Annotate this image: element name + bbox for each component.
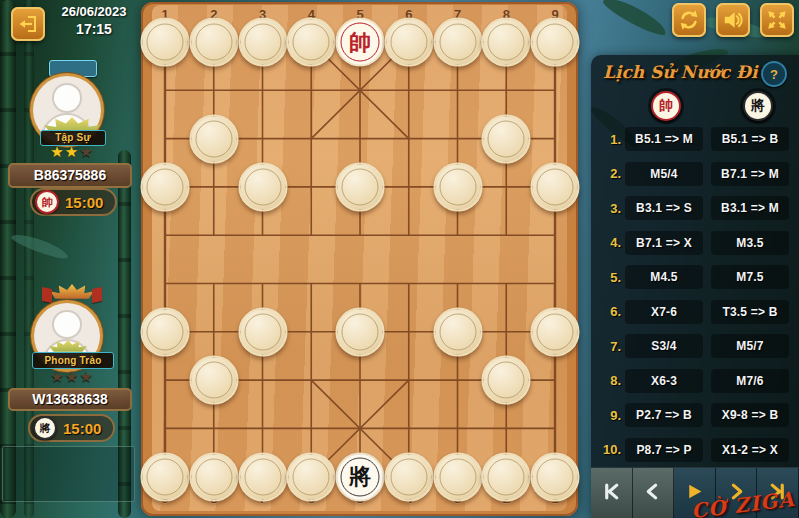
- piece-hidden[interactable]: [384, 452, 433, 501]
- piece-hidden[interactable]: [433, 307, 482, 356]
- black-move[interactable]: M5/7: [711, 334, 789, 358]
- black-move[interactable]: B5.1 => B: [711, 127, 789, 151]
- next-move-icon: [727, 482, 746, 505]
- datetime: 26/06/2023 17:15: [50, 4, 138, 37]
- black-clock-value: 15:00: [63, 420, 101, 437]
- star-gold-icon: ★: [50, 143, 64, 160]
- nav-next-button[interactable]: [716, 468, 758, 518]
- black-move[interactable]: T3.5 => B: [711, 300, 789, 324]
- last-move-icon: [768, 482, 787, 505]
- fullscreen-icon: [766, 9, 788, 31]
- black-rank-stars: ★★★: [36, 369, 108, 384]
- rotate-board-button[interactable]: [672, 3, 706, 37]
- piece-hidden[interactable]: [287, 18, 336, 67]
- fullscreen-button[interactable]: [760, 3, 794, 37]
- first-move-icon: [602, 482, 621, 505]
- black-move[interactable]: B7.1 => M: [711, 162, 789, 186]
- piece-hidden[interactable]: [531, 452, 580, 501]
- history-column-icons: 帥 將: [591, 88, 799, 122]
- black-move[interactable]: M7/6: [711, 369, 789, 393]
- nav-first-button[interactable]: [591, 468, 633, 518]
- black-move[interactable]: M7.5: [711, 265, 789, 289]
- star-dark-icon: ★: [50, 368, 64, 385]
- rotate-icon: [678, 9, 700, 31]
- black-player-clock: 將 15:00: [28, 414, 115, 442]
- time-label: 17:15: [50, 21, 138, 37]
- piece-hidden[interactable]: [336, 162, 385, 211]
- piece-hidden[interactable]: [531, 18, 580, 67]
- red-move[interactable]: B5.1 => M: [625, 127, 703, 151]
- board-pieces-layer: 帥將: [141, 2, 578, 516]
- piece-hidden[interactable]: [189, 114, 238, 163]
- move-row: 6.X7-6T3.5 => B: [591, 295, 799, 330]
- piece-hidden[interactable]: [433, 162, 482, 211]
- prev-move-icon: [643, 482, 662, 505]
- move-number: 8.: [597, 373, 621, 388]
- piece-hidden[interactable]: [238, 452, 287, 501]
- piece-hidden[interactable]: [238, 162, 287, 211]
- red-move[interactable]: B3.1 => S: [625, 196, 703, 220]
- piece-hidden[interactable]: [384, 18, 433, 67]
- history-nav: [591, 467, 799, 518]
- help-label: ?: [770, 67, 778, 82]
- piece-hidden[interactable]: [238, 307, 287, 356]
- move-number: 4.: [597, 235, 621, 250]
- history-title: Lịch Sử Nước Đi: [603, 62, 753, 82]
- red-move[interactable]: B7.1 => X: [625, 231, 703, 255]
- star-dark-icon: ★: [79, 143, 93, 160]
- nav-play-button[interactable]: [674, 468, 716, 518]
- piece-hidden[interactable]: [189, 452, 238, 501]
- piece-hidden[interactable]: [141, 307, 190, 356]
- move-list: 1.B5.1 => MB5.1 => B2.M5/4B7.1 => M3.B3.…: [591, 122, 799, 467]
- piece-hidden[interactable]: [238, 18, 287, 67]
- red-clock-value: 15:00: [65, 194, 103, 211]
- help-button[interactable]: ?: [761, 61, 787, 87]
- move-row: 3.B3.1 => SB3.1 => M: [591, 191, 799, 226]
- piece-hidden[interactable]: [433, 452, 482, 501]
- piece-hidden[interactable]: [482, 114, 531, 163]
- back-exit-button[interactable]: [11, 7, 45, 41]
- play-icon: [685, 482, 704, 505]
- red-move[interactable]: M4.5: [625, 265, 703, 289]
- piece-hidden[interactable]: [141, 452, 190, 501]
- piece-hidden[interactable]: [336, 307, 385, 356]
- black-general-icon: 將: [33, 416, 57, 440]
- chat-box[interactable]: [2, 446, 135, 502]
- black-column-icon: 將: [743, 91, 773, 121]
- piece-hidden[interactable]: [189, 18, 238, 67]
- red-move[interactable]: X6-3: [625, 369, 703, 393]
- star-dark-icon: ★: [79, 368, 93, 385]
- move-number: 7.: [597, 339, 621, 354]
- move-number: 9.: [597, 408, 621, 423]
- speaker-icon: [722, 9, 744, 31]
- move-row: 9.P2.7 => BX9-8 => B: [591, 398, 799, 433]
- red-move[interactable]: P2.7 => B: [625, 403, 703, 427]
- red-move[interactable]: P8.7 => P: [625, 438, 703, 462]
- star-gold-icon: ★: [65, 143, 79, 160]
- move-row: 4.B7.1 => XM3.5: [591, 226, 799, 261]
- black-move[interactable]: M3.5: [711, 231, 789, 255]
- piece-hidden[interactable]: [482, 356, 531, 405]
- bamboo-stalk: [0, 0, 16, 518]
- date-label: 26/06/2023: [50, 4, 138, 19]
- move-row: 7.S3/4M5/7: [591, 329, 799, 364]
- black-rank-badge: Phong Trào: [32, 352, 114, 369]
- piece-hidden[interactable]: [433, 18, 482, 67]
- exit-icon: [18, 14, 38, 34]
- level-ribbon: [49, 60, 97, 77]
- piece-black-general[interactable]: 將: [336, 452, 385, 501]
- move-history-panel: Lịch Sử Nước Đi ? 帥 將 1.B5.1 => MB5.1 =>…: [591, 55, 799, 518]
- nav-prev-button[interactable]: [633, 468, 675, 518]
- move-number: 2.: [597, 166, 621, 181]
- red-player-name: B86375886: [8, 163, 132, 188]
- red-move[interactable]: M5/4: [625, 162, 703, 186]
- piece-hidden[interactable]: [531, 307, 580, 356]
- red-column-icon: 帥: [651, 91, 681, 121]
- piece-hidden[interactable]: [141, 18, 190, 67]
- move-row: 5.M4.5M7.5: [591, 260, 799, 295]
- pennant-icon: [92, 287, 102, 303]
- black-move[interactable]: X1-2 => X: [711, 438, 789, 462]
- sound-button[interactable]: [716, 3, 750, 37]
- move-row: 2.M5/4B7.1 => M: [591, 157, 799, 192]
- black-move[interactable]: X9-8 => B: [711, 403, 789, 427]
- piece-hidden[interactable]: [287, 452, 336, 501]
- xiangqi-board[interactable]: 123456789987654321 帥將: [141, 2, 578, 516]
- move-row: 10.P8.7 => PX1-2 => X: [591, 433, 799, 468]
- black-move[interactable]: B3.1 => M: [711, 196, 789, 220]
- piece-red-general[interactable]: 帥: [336, 18, 385, 67]
- star-dark-icon: ★: [65, 368, 79, 385]
- piece-hidden[interactable]: [189, 356, 238, 405]
- piece-hidden[interactable]: [531, 162, 580, 211]
- move-row: 8.X6-3M7/6: [591, 364, 799, 399]
- piece-hidden[interactable]: [141, 162, 190, 211]
- piece-hidden[interactable]: [482, 452, 531, 501]
- app-window: 26/06/2023 17:15 Tập Sự ★★★ B86375886 帥 …: [0, 0, 799, 518]
- red-rank-stars: ★★★: [36, 144, 108, 159]
- piece-hidden[interactable]: [482, 18, 531, 67]
- nav-last-button[interactable]: [757, 468, 799, 518]
- red-player-clock: 帥 15:00: [30, 188, 117, 216]
- move-number: 6.: [597, 304, 621, 319]
- red-move[interactable]: S3/4: [625, 334, 703, 358]
- move-number: 10.: [597, 442, 621, 457]
- move-number: 1.: [597, 132, 621, 147]
- move-row: 1.B5.1 => MB5.1 => B: [591, 122, 799, 157]
- red-move[interactable]: X7-6: [625, 300, 703, 324]
- black-player-name: W13638638: [8, 388, 132, 411]
- history-header: Lịch Sử Nước Đi ?: [591, 55, 799, 88]
- red-general-icon: 帥: [35, 190, 59, 214]
- move-number: 3.: [597, 201, 621, 216]
- pennant-icon: [42, 287, 52, 303]
- bamboo-stalk: [24, 0, 34, 518]
- move-number: 5.: [597, 270, 621, 285]
